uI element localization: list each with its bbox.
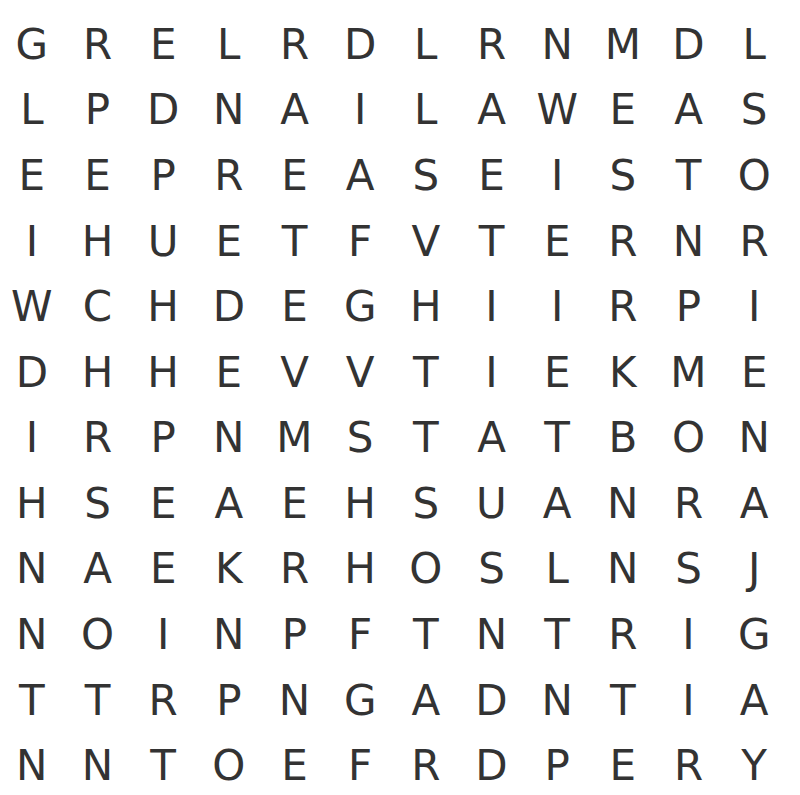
letter-cell-r10c12[interactable]: G bbox=[721, 602, 787, 668]
letter-cell-r12c7[interactable]: R bbox=[393, 733, 459, 795]
letter-cell-r12c11[interactable]: R bbox=[656, 733, 722, 795]
letter-cell-r2c7[interactable]: L bbox=[393, 78, 459, 144]
letter-cell-r10c5[interactable]: P bbox=[262, 602, 328, 668]
letter-cell-r4c2[interactable]: H bbox=[65, 209, 131, 275]
letter-cell-r5c11[interactable]: P bbox=[656, 274, 722, 340]
letter-cell-r1c5[interactable]: R bbox=[262, 12, 328, 78]
letter-cell-r8c5[interactable]: E bbox=[262, 471, 328, 537]
letter-cell-r11c7[interactable]: A bbox=[393, 668, 459, 734]
letter-cell-r1c9[interactable]: N bbox=[524, 12, 590, 78]
letter-cell-r7c1[interactable]: I bbox=[0, 406, 65, 472]
letter-cell-r1c4[interactable]: L bbox=[196, 12, 262, 78]
letter-cell-r1c10[interactable]: M bbox=[590, 12, 656, 78]
letter-cell-r4c7[interactable]: V bbox=[393, 209, 459, 275]
letter-cell-r9c4[interactable]: K bbox=[196, 537, 262, 603]
letter-cell-r8c3[interactable]: E bbox=[130, 471, 196, 537]
letter-cell-r2c10[interactable]: E bbox=[590, 78, 656, 144]
letter-cell-r1c3[interactable]: E bbox=[130, 12, 196, 78]
letter-cell-r9c6[interactable]: H bbox=[327, 537, 393, 603]
letter-cell-r1c11[interactable]: D bbox=[656, 12, 722, 78]
letter-cell-r10c2[interactable]: O bbox=[65, 602, 131, 668]
letter-cell-r10c10[interactable]: R bbox=[590, 602, 656, 668]
letter-cell-r8c10[interactable]: N bbox=[590, 471, 656, 537]
letter-cell-r12c6[interactable]: F bbox=[327, 733, 393, 795]
letter-cell-r10c1[interactable]: N bbox=[0, 602, 65, 668]
letter-cell-r5c9[interactable]: I bbox=[524, 274, 590, 340]
letter-cell-r3c1[interactable]: E bbox=[0, 143, 65, 209]
letter-cell-r11c5[interactable]: N bbox=[262, 668, 328, 734]
letter-cell-r8c11[interactable]: R bbox=[656, 471, 722, 537]
letter-cell-r3c4[interactable]: R bbox=[196, 143, 262, 209]
letter-cell-r8c9[interactable]: A bbox=[524, 471, 590, 537]
letter-cell-r9c8[interactable]: S bbox=[459, 537, 525, 603]
letter-cell-r6c6[interactable]: V bbox=[327, 340, 393, 406]
letter-cell-r7c5[interactable]: M bbox=[262, 406, 328, 472]
letter-cell-r12c1[interactable]: N bbox=[0, 733, 65, 795]
letter-cell-r12c2[interactable]: N bbox=[65, 733, 131, 795]
letter-cell-r10c6[interactable]: F bbox=[327, 602, 393, 668]
letter-cell-r3c2[interactable]: E bbox=[65, 143, 131, 209]
letter-cell-r5c7[interactable]: H bbox=[393, 274, 459, 340]
letter-cell-r6c4[interactable]: E bbox=[196, 340, 262, 406]
letter-cell-r3c5[interactable]: E bbox=[262, 143, 328, 209]
letter-cell-r3c11[interactable]: T bbox=[656, 143, 722, 209]
letter-cell-r2c11[interactable]: A bbox=[656, 78, 722, 144]
letter-cell-r1c6[interactable]: D bbox=[327, 12, 393, 78]
letter-cell-r8c8[interactable]: U bbox=[459, 471, 525, 537]
letter-cell-r12c12[interactable]: Y bbox=[721, 733, 787, 795]
letter-cell-r4c4[interactable]: E bbox=[196, 209, 262, 275]
letter-cell-r5c12[interactable]: I bbox=[721, 274, 787, 340]
letter-cell-r2c3[interactable]: D bbox=[130, 78, 196, 144]
letter-cell-r3c9[interactable]: I bbox=[524, 143, 590, 209]
letter-cell-r9c10[interactable]: N bbox=[590, 537, 656, 603]
letter-cell-r6c1[interactable]: D bbox=[0, 340, 65, 406]
letter-cell-r6c2[interactable]: H bbox=[65, 340, 131, 406]
letter-cell-r6c7[interactable]: T bbox=[393, 340, 459, 406]
letter-cell-r7c7[interactable]: T bbox=[393, 406, 459, 472]
letter-cell-r2c1[interactable]: L bbox=[0, 78, 65, 144]
letter-cell-r11c1[interactable]: T bbox=[0, 668, 65, 734]
letter-cell-r1c1[interactable]: G bbox=[0, 12, 65, 78]
letter-cell-r4c11[interactable]: N bbox=[656, 209, 722, 275]
letter-cell-r9c5[interactable]: R bbox=[262, 537, 328, 603]
letter-cell-r7c11[interactable]: O bbox=[656, 406, 722, 472]
letter-cell-r11c3[interactable]: R bbox=[130, 668, 196, 734]
letter-cell-r2c6[interactable]: I bbox=[327, 78, 393, 144]
letter-cell-r12c10[interactable]: E bbox=[590, 733, 656, 795]
letter-cell-r11c8[interactable]: D bbox=[459, 668, 525, 734]
letter-cell-r2c12[interactable]: S bbox=[721, 78, 787, 144]
letter-cell-r8c12[interactable]: A bbox=[721, 471, 787, 537]
letter-cell-r5c10[interactable]: R bbox=[590, 274, 656, 340]
letter-cell-r6c12[interactable]: E bbox=[721, 340, 787, 406]
letter-cell-r5c5[interactable]: E bbox=[262, 274, 328, 340]
letter-cell-r10c3[interactable]: I bbox=[130, 602, 196, 668]
letter-cell-r12c8[interactable]: D bbox=[459, 733, 525, 795]
word-search-grid: GRELRDLRNMDLLPDNAILAWEASEEPREASEISTOIHUE… bbox=[0, 12, 787, 795]
letter-cell-r6c10[interactable]: K bbox=[590, 340, 656, 406]
letter-cell-r9c12[interactable]: J bbox=[721, 537, 787, 603]
letter-cell-r2c5[interactable]: A bbox=[262, 78, 328, 144]
letter-cell-r9c2[interactable]: A bbox=[65, 537, 131, 603]
letter-cell-r4c1[interactable]: I bbox=[0, 209, 65, 275]
letter-cell-r4c3[interactable]: U bbox=[130, 209, 196, 275]
letter-cell-r7c12[interactable]: N bbox=[721, 406, 787, 472]
letter-cell-r6c3[interactable]: H bbox=[130, 340, 196, 406]
letter-cell-r5c4[interactable]: D bbox=[196, 274, 262, 340]
letter-cell-r7c6[interactable]: S bbox=[327, 406, 393, 472]
letter-cell-r3c8[interactable]: E bbox=[459, 143, 525, 209]
letter-cell-r12c5[interactable]: E bbox=[262, 733, 328, 795]
letter-cell-r1c7[interactable]: L bbox=[393, 12, 459, 78]
letter-cell-r2c8[interactable]: A bbox=[459, 78, 525, 144]
letter-cell-r9c3[interactable]: E bbox=[130, 537, 196, 603]
letter-cell-r11c2[interactable]: T bbox=[65, 668, 131, 734]
letter-cell-r11c6[interactable]: G bbox=[327, 668, 393, 734]
letter-cell-r1c2[interactable]: R bbox=[65, 12, 131, 78]
letter-cell-r3c6[interactable]: A bbox=[327, 143, 393, 209]
letter-cell-r8c7[interactable]: S bbox=[393, 471, 459, 537]
letter-cell-r10c11[interactable]: I bbox=[656, 602, 722, 668]
letter-cell-r3c7[interactable]: S bbox=[393, 143, 459, 209]
letter-cell-r8c4[interactable]: A bbox=[196, 471, 262, 537]
letter-cell-r10c4[interactable]: N bbox=[196, 602, 262, 668]
letter-cell-r2c9[interactable]: W bbox=[524, 78, 590, 144]
letter-cell-r11c10[interactable]: T bbox=[590, 668, 656, 734]
letter-cell-r9c9[interactable]: L bbox=[524, 537, 590, 603]
letter-cell-r11c9[interactable]: N bbox=[524, 668, 590, 734]
letter-cell-r1c12[interactable]: L bbox=[721, 12, 787, 78]
letter-cell-r11c11[interactable]: I bbox=[656, 668, 722, 734]
letter-cell-r12c9[interactable]: P bbox=[524, 733, 590, 795]
letter-cell-r6c11[interactable]: M bbox=[656, 340, 722, 406]
letter-cell-r10c9[interactable]: T bbox=[524, 602, 590, 668]
letter-cell-r3c12[interactable]: O bbox=[721, 143, 787, 209]
letter-cell-r2c4[interactable]: N bbox=[196, 78, 262, 144]
letter-cell-r6c9[interactable]: E bbox=[524, 340, 590, 406]
letter-cell-r8c1[interactable]: H bbox=[0, 471, 65, 537]
letter-cell-r7c8[interactable]: A bbox=[459, 406, 525, 472]
letter-cell-r10c7[interactable]: T bbox=[393, 602, 459, 668]
letter-cell-r4c6[interactable]: F bbox=[327, 209, 393, 275]
letter-cell-r10c8[interactable]: N bbox=[459, 602, 525, 668]
letter-cell-r9c11[interactable]: S bbox=[656, 537, 722, 603]
letter-cell-r7c4[interactable]: N bbox=[196, 406, 262, 472]
letter-cell-r12c3[interactable]: T bbox=[130, 733, 196, 795]
letter-cell-r1c8[interactable]: R bbox=[459, 12, 525, 78]
letter-cell-r4c12[interactable]: R bbox=[721, 209, 787, 275]
letter-cell-r7c9[interactable]: T bbox=[524, 406, 590, 472]
letter-cell-r6c5[interactable]: V bbox=[262, 340, 328, 406]
letter-cell-r5c1[interactable]: W bbox=[0, 274, 65, 340]
letter-cell-r3c3[interactable]: P bbox=[130, 143, 196, 209]
letter-cell-r8c6[interactable]: H bbox=[327, 471, 393, 537]
letter-cell-r9c7[interactable]: O bbox=[393, 537, 459, 603]
letter-cell-r3c10[interactable]: S bbox=[590, 143, 656, 209]
letter-cell-r12c4[interactable]: O bbox=[196, 733, 262, 795]
letter-cell-r5c3[interactable]: H bbox=[130, 274, 196, 340]
letter-cell-r8c2[interactable]: S bbox=[65, 471, 131, 537]
letter-cell-r2c2[interactable]: P bbox=[65, 78, 131, 144]
letter-cell-r7c10[interactable]: B bbox=[590, 406, 656, 472]
letter-cell-r7c3[interactable]: P bbox=[130, 406, 196, 472]
letter-cell-r4c5[interactable]: T bbox=[262, 209, 328, 275]
letter-cell-r6c8[interactable]: I bbox=[459, 340, 525, 406]
letter-cell-r9c1[interactable]: N bbox=[0, 537, 65, 603]
letter-cell-r5c6[interactable]: G bbox=[327, 274, 393, 340]
letter-cell-r4c8[interactable]: T bbox=[459, 209, 525, 275]
letter-cell-r7c2[interactable]: R bbox=[65, 406, 131, 472]
letter-cell-r4c10[interactable]: R bbox=[590, 209, 656, 275]
letter-cell-r11c4[interactable]: P bbox=[196, 668, 262, 734]
letter-cell-r5c2[interactable]: C bbox=[65, 274, 131, 340]
letter-cell-r11c12[interactable]: A bbox=[721, 668, 787, 734]
letter-cell-r4c9[interactable]: E bbox=[524, 209, 590, 275]
letter-cell-r5c8[interactable]: I bbox=[459, 274, 525, 340]
